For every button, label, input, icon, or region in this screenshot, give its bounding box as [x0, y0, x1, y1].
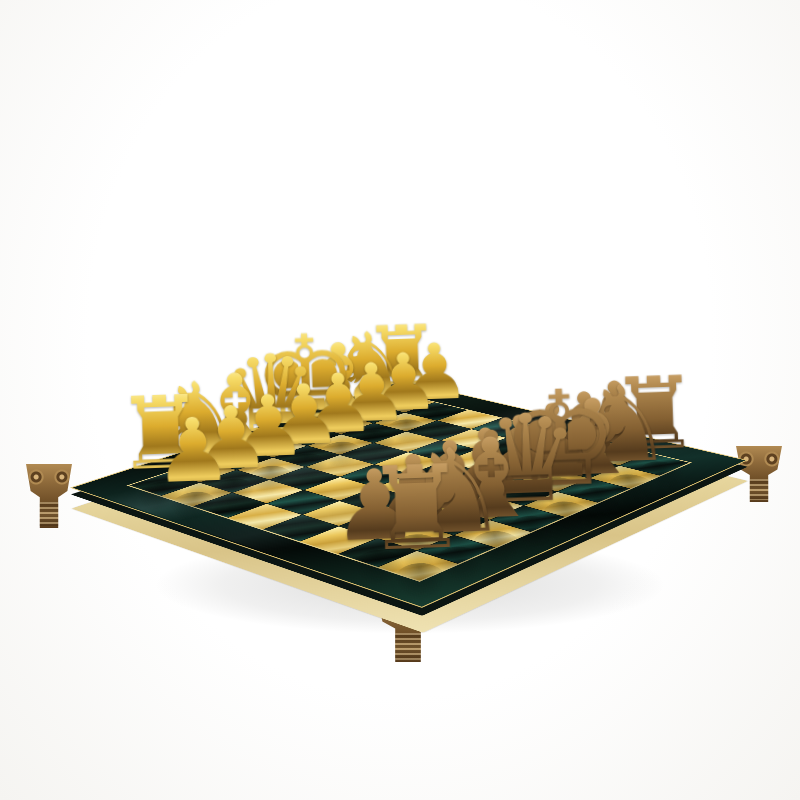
piece-reflection: [393, 562, 450, 602]
board-foot-left: [26, 464, 72, 528]
rook-glyph: ♜: [363, 450, 470, 568]
product-photo-stage: ♜♞♝♛♚♝♞♜♟♟♟♟♟♟♟♟♜♞♝♛♚♝♞♜♟♟♟♟♟♟♟♟: [0, 0, 800, 800]
chessboard-scene: ♜♞♝♛♚♝♞♜♟♟♟♟♟♟♟♟♜♞♝♛♚♝♞♜♟♟♟♟♟♟♟♟: [162, 226, 658, 722]
pawn-glyph: ♟: [152, 405, 234, 495]
board-foot-right: [736, 446, 782, 502]
piece-black-rook-a8[interactable]: ♜: [327, 414, 505, 569]
piece-reflection: [164, 491, 219, 523]
piece-white-pawn-a2[interactable]: ♟: [114, 359, 272, 497]
